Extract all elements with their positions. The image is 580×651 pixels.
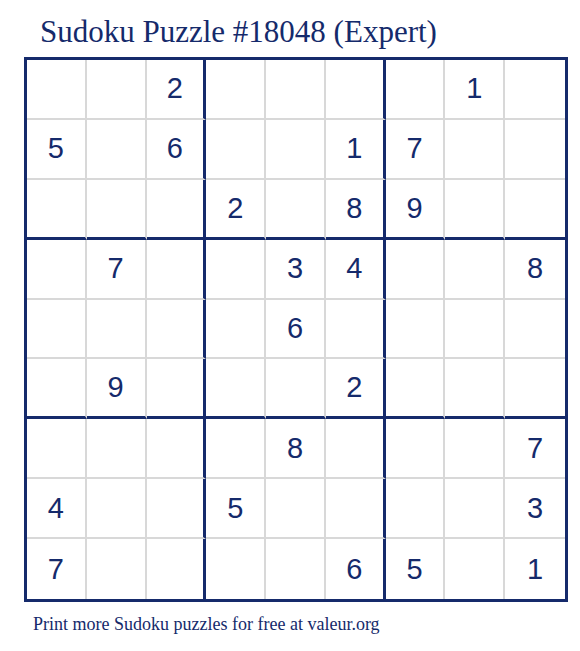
cell-r3c4[interactable]: 2 — [206, 180, 266, 240]
cell-r6c2[interactable]: 9 — [87, 359, 147, 419]
cell-r1c4[interactable] — [206, 60, 266, 120]
cell-r3c7[interactable]: 9 — [386, 180, 446, 240]
cell-r8c6[interactable] — [326, 479, 386, 539]
cell-r2c2[interactable] — [87, 120, 147, 180]
cell-r2c4[interactable] — [206, 120, 266, 180]
cell-r7c1[interactable] — [27, 419, 87, 479]
cell-r4c7[interactable] — [386, 240, 446, 300]
page-title: Sudoku Puzzle #18048 (Expert) — [40, 14, 437, 50]
cell-r9c3[interactable] — [147, 539, 207, 599]
cell-r3c1[interactable] — [27, 180, 87, 240]
cell-r5c1[interactable] — [27, 300, 87, 360]
cell-r1c3[interactable]: 2 — [147, 60, 207, 120]
cell-r8c9[interactable]: 3 — [505, 479, 565, 539]
cell-r7c8[interactable] — [445, 419, 505, 479]
cell-r7c5[interactable]: 8 — [266, 419, 326, 479]
cell-r3c2[interactable] — [87, 180, 147, 240]
cell-r6c1[interactable] — [27, 359, 87, 419]
cell-r7c4[interactable] — [206, 419, 266, 479]
cell-r8c8[interactable] — [445, 479, 505, 539]
cell-r4c2[interactable]: 7 — [87, 240, 147, 300]
cell-r5c3[interactable] — [147, 300, 207, 360]
cell-r3c8[interactable] — [445, 180, 505, 240]
footer-text: Print more Sudoku puzzles for free at va… — [33, 614, 380, 635]
sudoku-grid: 2156172897348692874537651 — [24, 57, 568, 602]
cell-r1c6[interactable] — [326, 60, 386, 120]
cell-r3c5[interactable] — [266, 180, 326, 240]
cell-r6c6[interactable]: 2 — [326, 359, 386, 419]
cell-r7c7[interactable] — [386, 419, 446, 479]
cell-r4c3[interactable] — [147, 240, 207, 300]
cell-r1c1[interactable] — [27, 60, 87, 120]
cell-r7c9[interactable]: 7 — [505, 419, 565, 479]
cell-r2c1[interactable]: 5 — [27, 120, 87, 180]
cell-r6c3[interactable] — [147, 359, 207, 419]
cell-r4c6[interactable]: 4 — [326, 240, 386, 300]
cell-r9c6[interactable]: 6 — [326, 539, 386, 599]
cell-r4c5[interactable]: 3 — [266, 240, 326, 300]
cell-r4c9[interactable]: 8 — [505, 240, 565, 300]
cell-r7c6[interactable] — [326, 419, 386, 479]
cell-r5c8[interactable] — [445, 300, 505, 360]
cell-r8c3[interactable] — [147, 479, 207, 539]
cell-r2c7[interactable]: 7 — [386, 120, 446, 180]
cell-r5c7[interactable] — [386, 300, 446, 360]
cell-r4c4[interactable] — [206, 240, 266, 300]
cell-r1c8[interactable]: 1 — [445, 60, 505, 120]
cell-r2c3[interactable]: 6 — [147, 120, 207, 180]
cell-r9c5[interactable] — [266, 539, 326, 599]
cell-r8c5[interactable] — [266, 479, 326, 539]
cell-r2c5[interactable] — [266, 120, 326, 180]
cell-r3c3[interactable] — [147, 180, 207, 240]
cell-r4c1[interactable] — [27, 240, 87, 300]
cell-r5c9[interactable] — [505, 300, 565, 360]
cell-r5c4[interactable] — [206, 300, 266, 360]
cell-r9c4[interactable] — [206, 539, 266, 599]
cell-r6c9[interactable] — [505, 359, 565, 419]
cell-r3c9[interactable] — [505, 180, 565, 240]
cell-r9c1[interactable]: 7 — [27, 539, 87, 599]
cell-r8c2[interactable] — [87, 479, 147, 539]
cell-r3c6[interactable]: 8 — [326, 180, 386, 240]
cell-r1c5[interactable] — [266, 60, 326, 120]
cell-r1c9[interactable] — [505, 60, 565, 120]
cell-r9c9[interactable]: 1 — [505, 539, 565, 599]
cell-r1c2[interactable] — [87, 60, 147, 120]
cell-r9c7[interactable]: 5 — [386, 539, 446, 599]
cell-r8c7[interactable] — [386, 479, 446, 539]
cell-r6c8[interactable] — [445, 359, 505, 419]
cell-r8c4[interactable]: 5 — [206, 479, 266, 539]
cell-r5c5[interactable]: 6 — [266, 300, 326, 360]
cell-r8c1[interactable]: 4 — [27, 479, 87, 539]
cell-r4c8[interactable] — [445, 240, 505, 300]
cell-r5c6[interactable] — [326, 300, 386, 360]
cell-r2c9[interactable] — [505, 120, 565, 180]
cell-r7c2[interactable] — [87, 419, 147, 479]
cell-r1c7[interactable] — [386, 60, 446, 120]
cell-r7c3[interactable] — [147, 419, 207, 479]
cell-r6c4[interactable] — [206, 359, 266, 419]
cell-r9c2[interactable] — [87, 539, 147, 599]
cell-r5c2[interactable] — [87, 300, 147, 360]
cell-r6c7[interactable] — [386, 359, 446, 419]
cell-r6c5[interactable] — [266, 359, 326, 419]
cell-r2c8[interactable] — [445, 120, 505, 180]
cell-r2c6[interactable]: 1 — [326, 120, 386, 180]
cell-r9c8[interactable] — [445, 539, 505, 599]
